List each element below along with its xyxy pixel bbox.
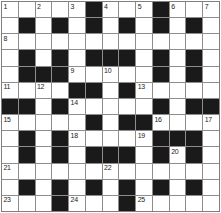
crossword-cell-r6c7[interactable] <box>119 99 135 114</box>
crossword-cell-r3c10[interactable] <box>170 50 186 65</box>
crossword-cell-r0c2[interactable]: 2 <box>36 2 52 17</box>
black-cell-r8c1 <box>19 131 35 146</box>
clue-number-22: 22 <box>104 164 111 172</box>
crossword-cell-r7c1[interactable] <box>19 115 35 130</box>
clue-number-16: 16 <box>154 116 161 124</box>
black-cell-r5c7 <box>119 83 135 98</box>
crossword-cell-r2c0[interactable]: 8 <box>2 34 18 49</box>
black-cell-r3c9 <box>153 50 169 65</box>
black-cell-r6c0 <box>2 99 18 114</box>
crossword-cell-r4c12[interactable] <box>203 67 219 82</box>
crossword-cell-r6c6[interactable] <box>103 99 119 114</box>
black-cell-r9c7 <box>119 147 135 162</box>
crossword-cell-r4c4[interactable]: 9 <box>69 67 85 82</box>
black-cell-r6c3 <box>52 99 68 114</box>
crossword-cell-r5c11[interactable] <box>186 83 202 98</box>
crossword-cell-r9c2[interactable] <box>36 147 52 162</box>
black-cell-r3c1 <box>19 50 35 65</box>
crossword-cell-r12c8[interactable]: 25 <box>136 196 152 211</box>
clue-number-17: 17 <box>205 116 212 124</box>
crossword-cell-r6c10[interactable] <box>170 99 186 114</box>
crossword-cell-r10c12[interactable] <box>203 164 219 179</box>
crossword-cell-r6c2[interactable] <box>36 99 52 114</box>
crossword-cell-r12c10[interactable] <box>170 196 186 211</box>
crossword-cell-r6c5[interactable] <box>86 99 102 114</box>
clue-number-6: 6 <box>171 3 175 11</box>
black-cell-r1c11 <box>186 18 202 33</box>
crossword-cell-r9c0[interactable] <box>2 147 18 162</box>
black-cell-r3c5 <box>86 50 102 65</box>
clue-number-1: 1 <box>4 3 8 11</box>
crossword-cell-r2c4[interactable] <box>69 34 85 49</box>
crossword-cell-r8c6[interactable] <box>103 131 119 146</box>
crossword-cell-r12c1[interactable] <box>19 196 35 211</box>
crossword-cell-r2c8[interactable] <box>136 34 152 49</box>
black-cell-r6c12 <box>203 99 219 114</box>
crossword-cell-r5c12[interactable] <box>203 83 219 98</box>
crossword-cell-r3c12[interactable] <box>203 50 219 65</box>
black-cell-r9c5 <box>86 147 102 162</box>
clue-number-19: 19 <box>138 132 145 140</box>
crossword-cell-r2c7[interactable] <box>119 34 135 49</box>
clue-number-18: 18 <box>71 132 78 140</box>
black-cell-r5c4 <box>69 83 85 98</box>
crossword-cell-r11c10[interactable] <box>170 180 186 195</box>
crossword-cell-r7c6[interactable] <box>103 115 119 130</box>
black-cell-r6c9 <box>153 99 169 114</box>
crossword-cell-r0c0[interactable]: 1 <box>2 2 18 17</box>
crossword-cell-r2c1[interactable] <box>19 34 35 49</box>
black-cell-r7c8 <box>136 115 152 130</box>
black-cell-r4c1 <box>19 67 35 82</box>
black-cell-r7c5 <box>86 115 102 130</box>
crossword-cell-r11c4[interactable] <box>69 180 85 195</box>
black-cell-r4c9 <box>153 67 169 82</box>
crossword-cell-r0c11[interactable] <box>186 2 202 17</box>
crossword-cell-r10c9[interactable] <box>153 164 169 179</box>
black-cell-r12c7 <box>119 196 135 211</box>
crossword-cell-r3c2[interactable] <box>36 50 52 65</box>
crossword-cell-r7c12[interactable]: 17 <box>203 115 219 130</box>
crossword-cell-r6c8[interactable] <box>136 99 152 114</box>
crossword-cell-r3c8[interactable] <box>136 50 152 65</box>
black-cell-r1c9 <box>153 18 169 33</box>
crossword-cell-r0c7[interactable] <box>119 2 135 17</box>
crossword-cell-r1c10[interactable] <box>170 18 186 33</box>
crossword-cell-r8c7[interactable] <box>119 131 135 146</box>
crossword-page: 1234567891011121314151617181920212223242… <box>0 0 221 213</box>
crossword-cell-r5c8[interactable]: 13 <box>136 83 152 98</box>
crossword-cell-r2c12[interactable] <box>203 34 219 49</box>
black-cell-r0c9 <box>153 2 169 17</box>
black-cell-r1c5 <box>86 18 102 33</box>
crossword-cell-r7c9[interactable]: 16 <box>153 115 169 130</box>
crossword-cell-r10c0[interactable]: 21 <box>2 164 18 179</box>
black-cell-r1c7 <box>119 18 135 33</box>
crossword-cell-r5c9[interactable] <box>153 83 169 98</box>
black-cell-r3c7 <box>119 50 135 65</box>
crossword-cell-r4c6[interactable]: 10 <box>103 67 119 82</box>
black-cell-r1c1 <box>19 18 35 33</box>
black-cell-r5c5 <box>86 83 102 98</box>
black-cell-r4c3 <box>52 67 68 82</box>
black-cell-r8c3 <box>52 131 68 146</box>
crossword-cell-r1c0[interactable] <box>2 18 18 33</box>
black-cell-r8c11 <box>186 131 202 146</box>
crossword-cell-r8c5[interactable] <box>86 131 102 146</box>
crossword-cell-r10c8[interactable] <box>136 164 152 179</box>
crossword-cell-r2c2[interactable] <box>36 34 52 49</box>
crossword-cell-r8c8[interactable]: 19 <box>136 131 152 146</box>
crossword-cell-r12c2[interactable] <box>36 196 52 211</box>
black-cell-r9c11 <box>186 147 202 162</box>
clue-number-20: 20 <box>171 148 178 156</box>
black-cell-r3c3 <box>52 50 68 65</box>
clue-number-8: 8 <box>4 35 8 43</box>
clue-number-25: 25 <box>138 196 145 204</box>
crossword-cell-r7c10[interactable] <box>170 115 186 130</box>
crossword-cell-r0c6[interactable]: 4 <box>103 2 119 17</box>
crossword-cell-r2c9[interactable] <box>153 34 169 49</box>
crossword-cell-r8c4[interactable]: 18 <box>69 131 85 146</box>
crossword-cell-r8c0[interactable] <box>2 131 18 146</box>
clue-number-13: 13 <box>138 83 145 91</box>
crossword-cell-r10c1[interactable] <box>19 164 35 179</box>
crossword-cell-r5c6[interactable] <box>103 83 119 98</box>
black-cell-r11c5 <box>86 180 102 195</box>
crossword-cell-r5c0[interactable]: 11 <box>2 83 18 98</box>
black-cell-r9c6 <box>103 147 119 162</box>
crossword-cell-r0c12[interactable]: 7 <box>203 2 219 17</box>
crossword-cell-r1c2[interactable] <box>36 18 52 33</box>
crossword-cell-r7c11[interactable] <box>186 115 202 130</box>
black-cell-r8c10 <box>170 131 186 146</box>
black-cell-r11c3 <box>52 180 68 195</box>
crossword-cell-r2c5[interactable] <box>86 34 102 49</box>
clue-number-10: 10 <box>104 67 111 75</box>
crossword-cell-r12c0[interactable]: 23 <box>2 196 18 211</box>
black-cell-r11c7 <box>119 180 135 195</box>
crossword-cell-r3c4[interactable] <box>69 50 85 65</box>
clue-number-24: 24 <box>71 196 78 204</box>
black-cell-r6c11 <box>186 99 202 114</box>
crossword-cell-r11c2[interactable] <box>36 180 52 195</box>
crossword-cell-r4c10[interactable] <box>170 67 186 82</box>
crossword-cell-r9c12[interactable] <box>203 147 219 162</box>
crossword-cell-r12c11[interactable] <box>186 196 202 211</box>
clue-number-5: 5 <box>138 3 142 11</box>
crossword-cell-r11c12[interactable] <box>203 180 219 195</box>
clue-number-2: 2 <box>37 3 41 11</box>
crossword-cell-r0c3[interactable] <box>52 2 68 17</box>
crossword-cell-r2c6[interactable] <box>103 34 119 49</box>
black-cell-r6c1 <box>19 99 35 114</box>
black-cell-r1c3 <box>52 18 68 33</box>
clue-number-11: 11 <box>4 83 11 91</box>
black-cell-r0c5 <box>86 2 102 17</box>
black-cell-r9c9 <box>153 147 169 162</box>
crossword-cell-r10c7[interactable] <box>119 164 135 179</box>
black-cell-r11c1 <box>19 180 35 195</box>
crossword-cell-r10c6[interactable]: 22 <box>103 164 119 179</box>
crossword-cell-r10c11[interactable] <box>186 164 202 179</box>
black-cell-r12c3 <box>52 196 68 211</box>
crossword-cell-r10c5[interactable] <box>86 164 102 179</box>
black-cell-r11c11 <box>186 180 202 195</box>
crossword-cell-r12c12[interactable] <box>203 196 219 211</box>
crossword-cell-r0c4[interactable]: 3 <box>69 2 85 17</box>
crossword-cell-r9c8[interactable] <box>136 147 152 162</box>
crossword-cell-r7c0[interactable]: 15 <box>2 115 18 130</box>
crossword-cell-r4c8[interactable] <box>136 67 152 82</box>
crossword-cell-r12c6[interactable] <box>103 196 119 211</box>
crossword-cell-r0c8[interactable]: 5 <box>136 2 152 17</box>
crossword-cell-r10c2[interactable] <box>36 164 52 179</box>
black-cell-r4c2 <box>36 67 52 82</box>
black-cell-r7c7 <box>119 115 135 130</box>
crossword-cell-r3c0[interactable] <box>2 50 18 65</box>
crossword-cell-r1c4[interactable] <box>69 18 85 33</box>
crossword-cell-r5c2[interactable]: 12 <box>36 83 52 98</box>
crossword-cell-r7c2[interactable] <box>36 115 52 130</box>
crossword-cell-r9c4[interactable] <box>69 147 85 162</box>
clue-number-12: 12 <box>37 83 44 91</box>
crossword-cell-r0c1[interactable] <box>19 2 35 17</box>
black-cell-r3c6 <box>103 50 119 65</box>
crossword-cell-r12c4[interactable]: 24 <box>69 196 85 211</box>
crossword-cell-r7c4[interactable] <box>69 115 85 130</box>
crossword-cell-r12c5[interactable] <box>86 196 102 211</box>
crossword-cell-r0c10[interactable]: 6 <box>170 2 186 17</box>
crossword-cell-r9c10[interactable]: 20 <box>170 147 186 162</box>
crossword-cell-r4c0[interactable] <box>2 67 18 82</box>
crossword-cell-r1c8[interactable] <box>136 18 152 33</box>
clue-number-14: 14 <box>71 99 78 107</box>
black-cell-r9c1 <box>19 147 35 162</box>
crossword-cell-r8c2[interactable] <box>36 131 52 146</box>
crossword-cell-r11c8[interactable] <box>136 180 152 195</box>
crossword-cell-r5c1[interactable] <box>19 83 35 98</box>
crossword-grid: 1234567891011121314151617181920212223242… <box>1 1 220 212</box>
crossword-cell-r10c4[interactable] <box>69 164 85 179</box>
crossword-cell-r10c10[interactable] <box>170 164 186 179</box>
crossword-cell-r5c3[interactable] <box>52 83 68 98</box>
crossword-cell-r1c6[interactable] <box>103 18 119 33</box>
crossword-cell-r5c10[interactable] <box>170 83 186 98</box>
crossword-cell-r12c9[interactable] <box>153 196 169 211</box>
crossword-cell-r11c6[interactable] <box>103 180 119 195</box>
crossword-cell-r6c4[interactable]: 14 <box>69 99 85 114</box>
black-cell-r8c9 <box>153 131 169 146</box>
crossword-cell-r10c3[interactable] <box>52 164 68 179</box>
clue-number-4: 4 <box>104 3 108 11</box>
crossword-cell-r1c12[interactable] <box>203 18 219 33</box>
black-cell-r11c9 <box>153 180 169 195</box>
black-cell-r9c3 <box>52 147 68 162</box>
crossword-cell-r4c5[interactable] <box>86 67 102 82</box>
clue-number-15: 15 <box>4 116 11 124</box>
crossword-cell-r2c3[interactable] <box>52 34 68 49</box>
clue-number-21: 21 <box>4 164 11 172</box>
crossword-cell-r8c12[interactable] <box>203 131 219 146</box>
clue-number-23: 23 <box>4 196 11 204</box>
crossword-cell-r11c0[interactable] <box>2 180 18 195</box>
crossword-cell-r2c11[interactable] <box>186 34 202 49</box>
crossword-cell-r4c7[interactable] <box>119 67 135 82</box>
clue-number-9: 9 <box>71 67 75 75</box>
clue-number-7: 7 <box>205 3 209 11</box>
black-cell-r3c11 <box>186 50 202 65</box>
black-cell-r4c11 <box>186 67 202 82</box>
crossword-cell-r7c3[interactable] <box>52 115 68 130</box>
crossword-cell-r2c10[interactable] <box>170 34 186 49</box>
clue-number-3: 3 <box>71 3 75 11</box>
